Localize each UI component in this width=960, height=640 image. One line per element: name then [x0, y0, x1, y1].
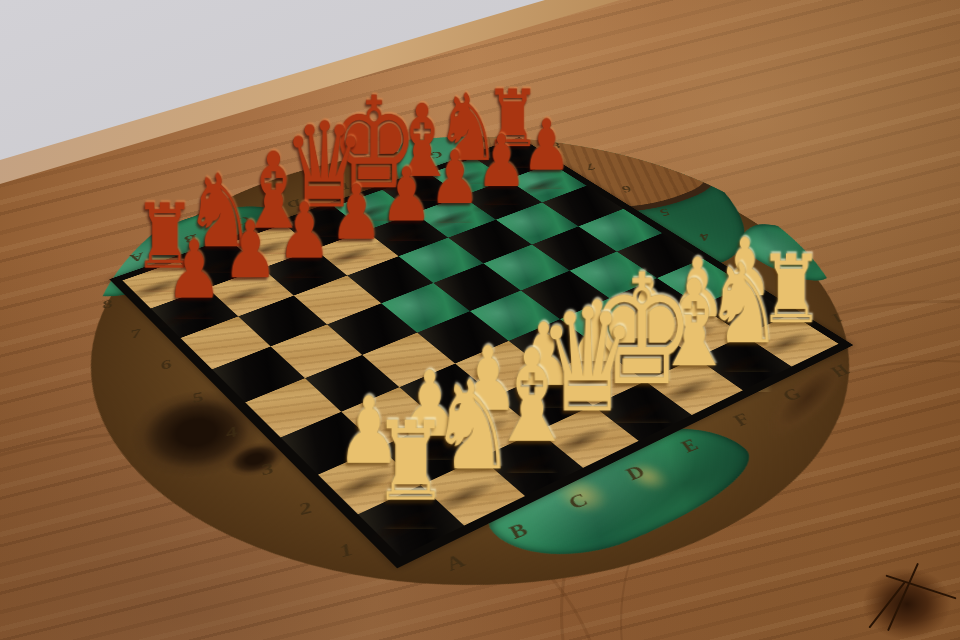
file-label-bottom-B: B — [502, 519, 533, 543]
file-label-bottom-C: C — [562, 490, 593, 513]
rank-label-left-6: 6 — [158, 357, 174, 374]
file-label-bottom-E: E — [674, 435, 705, 456]
piece-glyph: ♜ — [336, 408, 485, 518]
rank-label-left-1: 1 — [336, 539, 357, 562]
rank-label-left-8: 8 — [100, 297, 115, 312]
file-label-bottom-F: F — [727, 410, 758, 430]
file-label-bottom-H: H — [824, 361, 856, 380]
piece-glyph: ♟ — [132, 231, 257, 311]
rank-label-left-4: 4 — [223, 423, 241, 442]
file-label-bottom-A: A — [440, 550, 472, 575]
rank-label-left-3: 3 — [258, 460, 277, 480]
rank-label-left-7: 7 — [128, 326, 143, 342]
file-label-bottom-G: G — [776, 385, 807, 405]
rank-label-left-5: 5 — [189, 389, 206, 407]
file-label-bottom-D: D — [619, 462, 651, 485]
rank-label-left-2: 2 — [296, 498, 316, 519]
scene: 8877665544332211AABBCCDDEEFFGGHH♜♜♞♞♝♝♛♛… — [0, 0, 960, 640]
